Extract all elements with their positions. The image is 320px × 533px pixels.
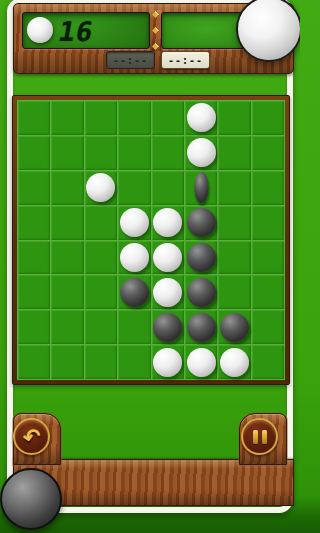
board-cell[interactable]	[252, 345, 284, 379]
board-cell[interactable]	[185, 275, 217, 309]
board-cell[interactable]	[118, 275, 150, 309]
board-cell[interactable]	[118, 206, 150, 240]
undo-button[interactable]: ↶	[13, 418, 50, 455]
board-cell[interactable]	[152, 101, 184, 135]
board-cell[interactable]	[18, 241, 50, 275]
board-cell[interactable]	[152, 275, 184, 309]
board-cell[interactable]	[218, 101, 250, 135]
black-disc	[187, 243, 216, 272]
black-disc	[220, 313, 249, 342]
board-cell[interactable]	[18, 101, 50, 135]
white-turn-ball	[236, 0, 300, 62]
board-cell[interactable]	[152, 310, 184, 344]
board-cell[interactable]	[185, 241, 217, 275]
board-cell[interactable]	[118, 345, 150, 379]
score-counter: 16	[56, 16, 96, 47]
board-cell[interactable]	[85, 345, 117, 379]
board-cell[interactable]	[218, 206, 250, 240]
board-cell[interactable]	[252, 101, 284, 135]
board-cell[interactable]	[152, 171, 184, 205]
board-cell[interactable]	[18, 275, 50, 309]
board-cell[interactable]	[152, 345, 184, 379]
board-cell[interactable]	[252, 171, 284, 205]
board-cell[interactable]	[18, 310, 50, 344]
white-disc	[153, 348, 182, 377]
left-timer: --:--	[106, 51, 155, 69]
board-cell[interactable]	[51, 171, 83, 205]
board-cell[interactable]	[152, 136, 184, 170]
panel-divider	[150, 10, 161, 51]
board-cell[interactable]	[252, 206, 284, 240]
board-cell[interactable]	[218, 241, 250, 275]
black-disc	[187, 208, 216, 237]
board-cell[interactable]	[51, 275, 83, 309]
board-grid	[17, 100, 285, 380]
board-cell[interactable]	[185, 101, 217, 135]
board-cell[interactable]	[218, 345, 250, 379]
black-player-ball	[0, 468, 62, 530]
board-cell[interactable]	[51, 345, 83, 379]
black-disc	[187, 278, 216, 307]
board-cell[interactable]	[118, 171, 150, 205]
board-frame	[12, 95, 290, 385]
black-disc	[187, 313, 216, 342]
board-cell[interactable]	[51, 310, 83, 344]
pause-icon	[253, 430, 267, 444]
board-cell[interactable]	[118, 310, 150, 344]
board-cell[interactable]	[85, 206, 117, 240]
board-cell[interactable]	[85, 310, 117, 344]
board-cell[interactable]	[252, 241, 284, 275]
board-cell[interactable]	[85, 171, 117, 205]
board-cell[interactable]	[252, 136, 284, 170]
board-cell[interactable]	[185, 206, 217, 240]
board-cell[interactable]	[18, 206, 50, 240]
undo-arrow-icon: ↶	[21, 425, 42, 449]
board-cell[interactable]	[85, 136, 117, 170]
score-panel-white: 16	[22, 12, 150, 49]
white-disc	[153, 208, 182, 237]
board-cell[interactable]	[51, 101, 83, 135]
white-disc-icon	[27, 17, 53, 43]
board-cell[interactable]	[185, 310, 217, 344]
board-cell[interactable]	[85, 101, 117, 135]
board-cell[interactable]	[218, 275, 250, 309]
white-disc	[153, 243, 182, 272]
black-disc	[153, 313, 182, 342]
white-disc	[86, 173, 115, 202]
board-cell[interactable]	[85, 241, 117, 275]
board-cell[interactable]	[218, 136, 250, 170]
board-cell[interactable]	[18, 171, 50, 205]
board-cell[interactable]	[18, 345, 50, 379]
board-cell[interactable]	[118, 241, 150, 275]
pause-button[interactable]	[241, 418, 278, 455]
board-cell[interactable]	[185, 136, 217, 170]
board-cell[interactable]	[51, 241, 83, 275]
right-timer: --:--	[161, 51, 210, 69]
white-disc	[187, 348, 216, 377]
board-cell[interactable]	[51, 206, 83, 240]
black-disc	[120, 278, 149, 307]
gold-ornament-icon	[152, 27, 159, 34]
gold-ornament-icon	[152, 43, 159, 50]
white-disc	[120, 243, 149, 272]
gold-ornament-icon	[152, 11, 159, 18]
board-cell[interactable]	[85, 275, 117, 309]
board-cell[interactable]	[18, 136, 50, 170]
board-cell[interactable]	[218, 171, 250, 205]
board-cell[interactable]	[51, 136, 83, 170]
board-cell[interactable]	[152, 206, 184, 240]
white-disc	[153, 278, 182, 307]
board-cell[interactable]	[118, 101, 150, 135]
board-cell[interactable]	[185, 345, 217, 379]
board-cell[interactable]	[152, 241, 184, 275]
white-disc	[220, 348, 249, 377]
white-disc	[187, 103, 216, 132]
board-cell[interactable]	[218, 310, 250, 344]
board-cell[interactable]	[185, 171, 217, 205]
white-disc	[120, 208, 149, 237]
board-cell[interactable]	[252, 275, 284, 309]
board-cell[interactable]	[252, 310, 284, 344]
flipping-disc	[193, 171, 209, 205]
board-cell[interactable]	[118, 136, 150, 170]
white-disc	[187, 138, 216, 167]
